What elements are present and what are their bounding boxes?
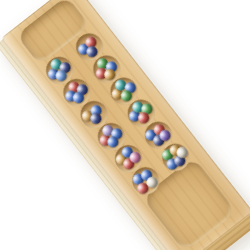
product-photo-scene	[0, 0, 250, 250]
mancala-board	[1, 0, 250, 250]
board-rotation-wrap	[1, 0, 250, 250]
